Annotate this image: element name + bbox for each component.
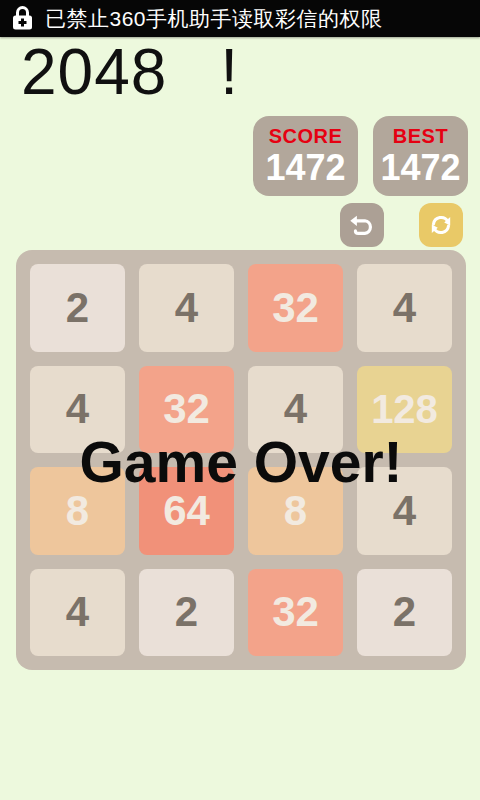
tile-r2c4-128: 128 xyxy=(357,366,452,454)
tile-r2c3-4: 4 xyxy=(248,366,343,454)
tile-r1c4-4: 4 xyxy=(357,264,452,352)
status-bar: 已禁止360手机助手读取彩信的权限 xyxy=(0,0,480,37)
tile-r4c4-2: 2 xyxy=(357,569,452,657)
tile-r4c2-2: 2 xyxy=(139,569,234,657)
restart-button[interactable] xyxy=(419,203,463,247)
tile-r3c2-64: 64 xyxy=(139,467,234,555)
tile-r1c1-2: 2 xyxy=(30,264,125,352)
score-value: 1472 xyxy=(265,148,345,188)
undo-button[interactable] xyxy=(340,203,384,247)
board[interactable]: 2432443241288648442322 xyxy=(16,250,466,670)
best-label: BEST xyxy=(393,124,448,148)
tile-r1c3-32: 32 xyxy=(248,264,343,352)
tile-r4c3-32: 32 xyxy=(248,569,343,657)
score-label: SCORE xyxy=(269,124,343,148)
status-bar-text: 已禁止360手机助手读取彩信的权限 xyxy=(45,5,383,33)
best-box: BEST 1472 xyxy=(373,116,468,196)
tile-r3c4-4: 4 xyxy=(357,467,452,555)
tile-r2c1-4: 4 xyxy=(30,366,125,454)
tile-r1c2-4: 4 xyxy=(139,264,234,352)
tile-r3c3-8: 8 xyxy=(248,467,343,555)
undo-arrow-icon xyxy=(347,210,377,240)
lock-plus-icon xyxy=(10,5,35,32)
tile-r2c2-32: 32 xyxy=(139,366,234,454)
best-value: 1472 xyxy=(380,148,460,188)
refresh-icon xyxy=(426,210,456,240)
app-screen: 已禁止360手机助手读取彩信的权限 2048 ! SCORE 1472 BEST… xyxy=(0,0,480,800)
tile-r4c1-4: 4 xyxy=(30,569,125,657)
tile-r3c1-8: 8 xyxy=(30,467,125,555)
score-box: SCORE 1472 xyxy=(253,116,358,196)
page-title: 2048 ! xyxy=(21,40,239,104)
